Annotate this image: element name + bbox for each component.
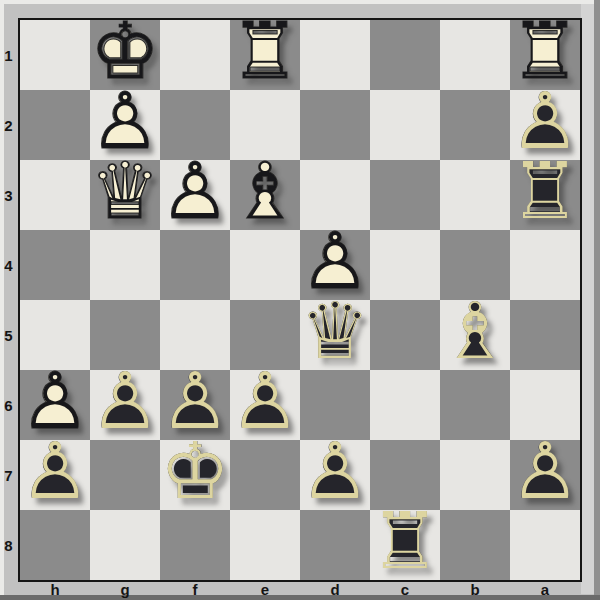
square-b3[interactable]	[440, 160, 510, 230]
piece-black-R-a3[interactable]: ♜♖	[510, 160, 580, 230]
rank-label-8: 8	[0, 510, 17, 580]
rank-label-7: 7	[0, 440, 17, 510]
piece-white-Q-g3[interactable]: ♛♕	[90, 160, 160, 230]
piece-black-B-b5[interactable]: ♝♗	[440, 300, 510, 370]
square-g8[interactable]	[90, 510, 160, 580]
chess-diagram-frame: ♚♔♜♖♜♖♟♙♟♙♛♕♟♙♝♗♜♖♟♙♛♕♝♗♟♙♟♙♟♙♟♙♟♙♚♔♟♙♟♙…	[0, 0, 600, 600]
square-c5[interactable]	[370, 300, 440, 370]
bevel-top	[0, 0, 600, 4]
square-e3[interactable]: ♝♗	[230, 160, 300, 230]
piece-black-P-e6[interactable]: ♟♙	[230, 370, 300, 440]
square-g7[interactable]	[90, 440, 160, 510]
piece-black-K-f7[interactable]: ♚♔	[160, 440, 230, 510]
chess-board: ♚♔♜♖♜♖♟♙♟♙♛♕♟♙♝♗♜♖♟♙♛♕♝♗♟♙♟♙♟♙♟♙♟♙♚♔♟♙♟♙…	[18, 18, 582, 582]
file-label-e: e	[230, 581, 300, 597]
square-a4[interactable]	[510, 230, 580, 300]
square-e4[interactable]	[230, 230, 300, 300]
square-c8[interactable]: ♜♖	[370, 510, 440, 580]
square-b6[interactable]	[440, 370, 510, 440]
rank-label-1: 1	[0, 20, 17, 90]
bevel-right	[594, 0, 600, 600]
piece-outline-glyph: ♖	[370, 506, 440, 576]
piece-outline-glyph: ♙	[510, 436, 580, 506]
square-d7[interactable]: ♟♙	[300, 440, 370, 510]
square-d1[interactable]	[300, 20, 370, 90]
file-label-a: a	[510, 581, 580, 597]
square-c4[interactable]	[370, 230, 440, 300]
square-c3[interactable]	[370, 160, 440, 230]
piece-white-R-e1[interactable]: ♜♖	[230, 20, 300, 90]
square-d2[interactable]	[300, 90, 370, 160]
square-e7[interactable]	[230, 440, 300, 510]
file-label-h: h	[20, 581, 90, 597]
piece-outline-glyph: ♕	[300, 296, 370, 366]
square-b7[interactable]	[440, 440, 510, 510]
piece-white-B-e3[interactable]: ♝♗	[230, 160, 300, 230]
rank-label-4: 4	[0, 230, 17, 300]
square-h7[interactable]: ♟♙	[20, 440, 90, 510]
piece-black-R-c8[interactable]: ♜♖	[370, 510, 440, 580]
file-label-c: c	[370, 581, 440, 597]
square-a5[interactable]	[510, 300, 580, 370]
piece-outline-glyph: ♙	[230, 366, 300, 436]
piece-black-P-h7[interactable]: ♟♙	[20, 440, 90, 510]
rank-label-2: 2	[0, 90, 17, 160]
piece-outline-glyph: ♙	[20, 436, 90, 506]
piece-outline-glyph: ♙	[90, 366, 160, 436]
square-f7[interactable]: ♚♔	[160, 440, 230, 510]
square-d5[interactable]: ♛♕	[300, 300, 370, 370]
square-h2[interactable]	[20, 90, 90, 160]
rank-label-3: 3	[0, 160, 17, 230]
piece-outline-glyph: ♔	[160, 436, 230, 506]
square-b2[interactable]	[440, 90, 510, 160]
file-label-g: g	[90, 581, 160, 597]
square-c6[interactable]	[370, 370, 440, 440]
square-h3[interactable]	[20, 160, 90, 230]
piece-outline-glyph: ♙	[160, 156, 230, 226]
square-d8[interactable]	[300, 510, 370, 580]
piece-outline-glyph: ♙	[300, 436, 370, 506]
square-g4[interactable]	[90, 230, 160, 300]
rank-label-6: 6	[0, 370, 17, 440]
square-e8[interactable]	[230, 510, 300, 580]
square-h8[interactable]	[20, 510, 90, 580]
piece-black-P-d7[interactable]: ♟♙	[300, 440, 370, 510]
right-margin-band	[581, 4, 594, 594]
piece-outline-glyph: ♕	[90, 156, 160, 226]
square-a7[interactable]: ♟♙	[510, 440, 580, 510]
square-c1[interactable]	[370, 20, 440, 90]
square-f4[interactable]	[160, 230, 230, 300]
square-b5[interactable]: ♝♗	[440, 300, 510, 370]
square-h1[interactable]	[20, 20, 90, 90]
square-f8[interactable]	[160, 510, 230, 580]
square-f1[interactable]	[160, 20, 230, 90]
piece-black-P-g6[interactable]: ♟♙	[90, 370, 160, 440]
square-e1[interactable]: ♜♖	[230, 20, 300, 90]
square-a3[interactable]: ♜♖	[510, 160, 580, 230]
piece-black-P-a7[interactable]: ♟♙	[510, 440, 580, 510]
square-a8[interactable]	[510, 510, 580, 580]
file-label-b: b	[440, 581, 510, 597]
piece-outline-glyph: ♖	[230, 16, 300, 86]
rank-label-5: 5	[0, 300, 17, 370]
square-b1[interactable]	[440, 20, 510, 90]
square-f3[interactable]: ♟♙	[160, 160, 230, 230]
piece-outline-glyph: ♗	[440, 296, 510, 366]
square-e6[interactable]: ♟♙	[230, 370, 300, 440]
square-g3[interactable]: ♛♕	[90, 160, 160, 230]
square-g6[interactable]: ♟♙	[90, 370, 160, 440]
square-b8[interactable]	[440, 510, 510, 580]
square-h4[interactable]	[20, 230, 90, 300]
piece-outline-glyph: ♗	[230, 156, 300, 226]
piece-white-P-f3[interactable]: ♟♙	[160, 160, 230, 230]
square-c2[interactable]	[370, 90, 440, 160]
file-label-f: f	[160, 581, 230, 597]
piece-black-Q-d5[interactable]: ♛♕	[300, 300, 370, 370]
piece-outline-glyph: ♖	[510, 156, 580, 226]
file-label-d: d	[300, 581, 370, 597]
